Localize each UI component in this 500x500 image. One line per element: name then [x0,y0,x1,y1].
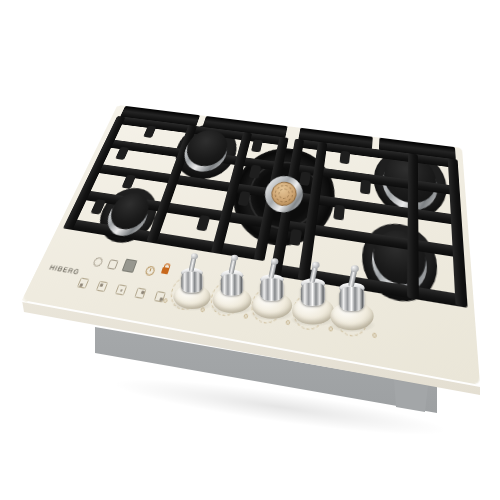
knob-body [301,283,325,306]
control-knob-5 [327,277,377,336]
knob-body [339,287,364,311]
control-knob-1 [170,263,213,314]
grate-stub [299,172,311,186]
knob-body [221,274,243,295]
grate-cross-bar [407,153,419,299]
knob-body [181,272,203,293]
grate-stub [340,151,351,165]
knob-body [260,278,283,300]
knob-lever-tip [312,262,320,269]
knob-lever-tip [191,253,198,259]
product-photo-gas-hob: HIBERG [0,0,500,500]
knob-lever-tip [271,258,278,264]
grate-stub [333,205,345,221]
grate-stub [360,180,371,195]
knob-lever-tip [351,265,359,272]
knob-lever-tip [231,255,238,261]
